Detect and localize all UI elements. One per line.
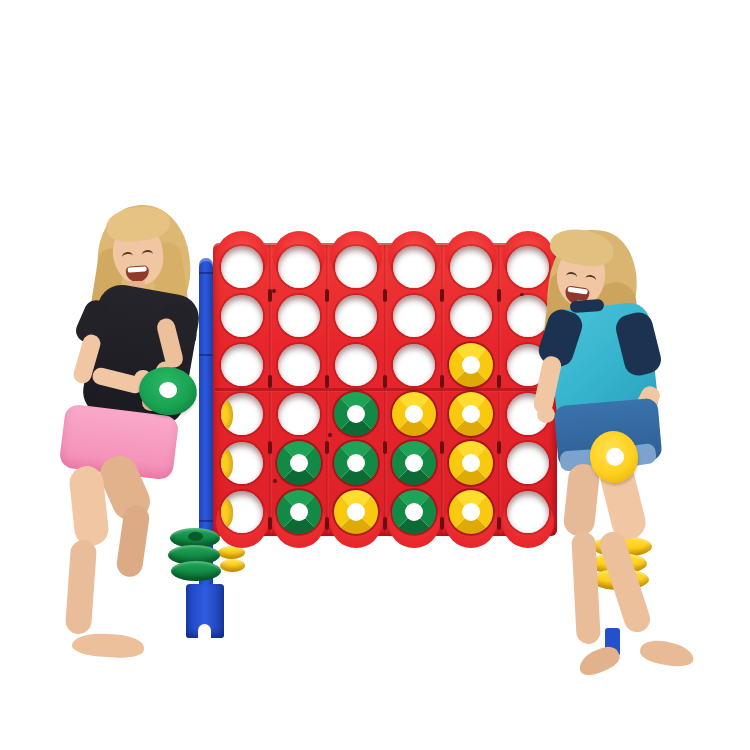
cell-r2c2 [270,292,327,341]
green-disc-r6c2 [277,490,321,534]
yellow-disc-r6c5 [449,490,493,534]
cell-r2c5 [442,292,499,341]
stored-green-disc [171,561,221,581]
hole [278,246,320,288]
cell-r4c4 [385,389,442,438]
hole [221,442,263,484]
green-disc-r5c4 [392,441,436,485]
green-disc-r5c2 [277,441,321,485]
connect-four-board [213,231,557,548]
yellow-spare-disc-left [220,559,245,572]
cell-r4c2 [270,389,327,438]
cell-r3c4 [385,341,442,390]
cell-r1c4 [385,243,442,292]
hole [507,246,549,288]
cell-r2c4 [385,292,442,341]
yellow-disc-peek [221,400,233,430]
cell-r4c3 [328,389,385,438]
yellow-disc-r4c4 [392,392,436,436]
cell-r5c3 [328,438,385,487]
right-player-back-thigh [562,463,600,538]
hole [221,246,263,288]
hole [450,295,492,337]
yellow-disc-r4c5 [449,392,493,436]
left-pole-base [186,584,224,638]
cell-r1c2 [270,243,327,292]
cell-r6c3 [328,487,385,536]
yellow-disc-peek [221,498,233,528]
green-disc-r4c3 [334,392,378,436]
cell-r6c4 [385,487,442,536]
hole [278,295,320,337]
yellow-disc-r3c5 [449,343,493,387]
cell-r6c6 [500,487,557,536]
hole [393,295,435,337]
cell-r6c1 [213,487,270,536]
cell-r5c6 [500,438,557,487]
right-player-collar [570,299,605,313]
cell-r5c4 [385,438,442,487]
cell-r3c1 [213,341,270,390]
scene [0,0,750,750]
green-disc-r6c4 [392,490,436,534]
pole-base-notch [198,624,211,639]
yellow-disc-r5c5 [449,441,493,485]
hole [393,246,435,288]
hole [221,393,263,435]
cell-r1c3 [328,243,385,292]
left-player-shin [65,539,97,635]
cell-r1c1 [213,243,270,292]
cell-r3c3 [328,341,385,390]
hole [278,344,320,386]
green-disc-r5c3 [334,441,378,485]
cell-r4c1 [213,389,270,438]
hole [278,393,320,435]
hole [221,491,263,533]
board-grid [213,243,557,536]
cell-r5c5 [442,438,499,487]
pole-seam [199,520,213,522]
hole [335,344,377,386]
hole [507,442,549,484]
hole [335,295,377,337]
hole [335,246,377,288]
cell-r4c5 [442,389,499,438]
pole-seam [199,272,213,274]
yellow-disc-r6c3 [334,490,378,534]
cell-r3c2 [270,341,327,390]
cell-r1c5 [442,243,499,292]
yellow-disc-peek [221,449,233,479]
cell-r6c5 [442,487,499,536]
pole-seam [199,354,213,356]
hole [393,344,435,386]
right-player-front-foot [638,637,695,669]
hole [221,344,263,386]
cell-r6c2 [270,487,327,536]
hole [221,295,263,337]
cell-r3c5 [442,341,499,390]
cell-r2c3 [328,292,385,341]
hole [450,246,492,288]
left-player-foot [71,632,144,660]
right-player-back-foot [575,643,622,679]
cell-r5c1 [213,438,270,487]
hole [507,491,549,533]
right-player-hand [537,406,555,423]
cell-r5c2 [270,438,327,487]
cell-r2c1 [213,292,270,341]
